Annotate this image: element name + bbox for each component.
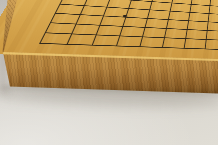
grid-cell <box>140 36 165 47</box>
go-grid <box>39 0 218 53</box>
grid-cell <box>162 37 185 47</box>
grid-cell <box>205 39 218 49</box>
grid-cell <box>116 35 142 46</box>
grid-cell <box>184 38 206 48</box>
go-board-photo <box>0 0 218 145</box>
grid-cell <box>92 34 119 45</box>
star-point <box>122 15 127 17</box>
